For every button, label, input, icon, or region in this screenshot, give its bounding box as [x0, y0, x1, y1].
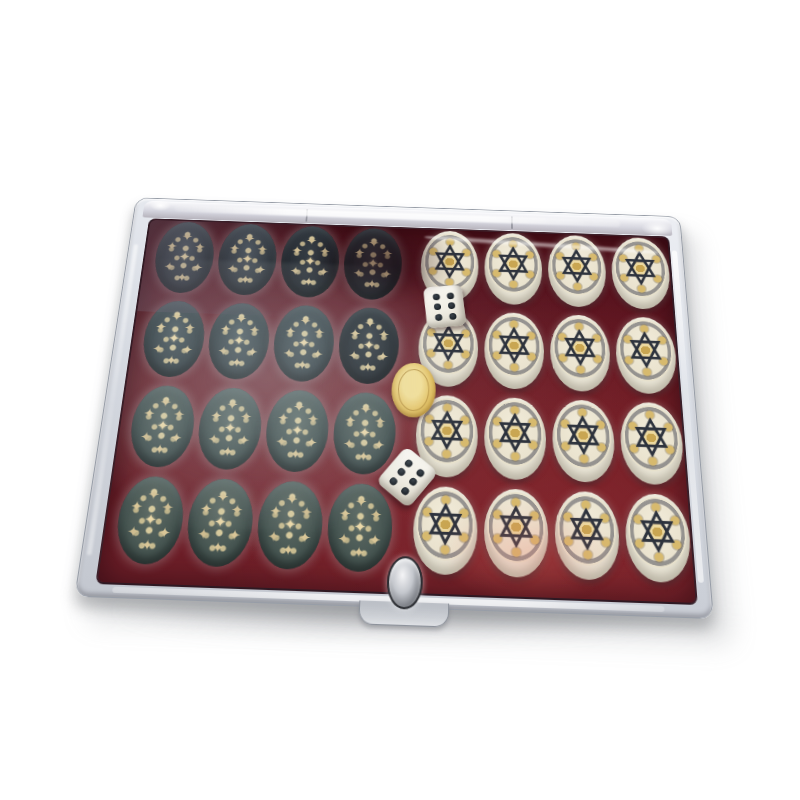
dark-checker[interactable] [205, 302, 272, 380]
light-checker[interactable] [551, 399, 616, 483]
khatam-star-face [487, 235, 540, 294]
dark-checker[interactable] [263, 389, 331, 473]
die-pip [408, 476, 419, 487]
light-checker[interactable] [412, 486, 477, 576]
die-pip [446, 292, 454, 299]
dark-checker[interactable] [331, 392, 397, 476]
die-pip [388, 476, 399, 487]
dark-checker[interactable] [126, 385, 198, 469]
case-interior-felt [95, 218, 698, 605]
die-pip [433, 293, 441, 300]
dark-checker[interactable] [112, 475, 187, 565]
die-pip [435, 313, 443, 320]
light-checker[interactable] [619, 401, 686, 485]
khatam-star-face [552, 317, 608, 381]
die-pip [434, 303, 442, 310]
khatam-star-face [423, 233, 476, 292]
khatam-star-face [487, 491, 546, 564]
dark-checker[interactable] [151, 221, 218, 294]
dark-checker[interactable] [214, 223, 279, 296]
die-pip [415, 467, 426, 478]
dark-checker[interactable] [325, 483, 393, 573]
dark-checker[interactable] [183, 478, 256, 568]
dark-checker[interactable] [342, 228, 403, 301]
light-checker[interactable] [484, 488, 549, 578]
display-case [74, 197, 714, 619]
khatam-star-face [626, 496, 689, 569]
die-1[interactable] [423, 285, 466, 329]
light-checker[interactable] [623, 493, 693, 584]
dark-checker[interactable] [139, 300, 208, 378]
khatam-star-face [550, 237, 604, 296]
die-pip [404, 458, 415, 468]
dark-checker[interactable] [271, 304, 336, 382]
light-checker[interactable] [614, 316, 679, 394]
light-checker[interactable] [610, 237, 672, 310]
khatam-star-face [613, 239, 669, 298]
khatam-star-face [415, 489, 474, 562]
die-pip [449, 312, 457, 319]
light-checker[interactable] [484, 232, 542, 305]
light-checker[interactable] [554, 490, 621, 580]
die-pip [396, 467, 407, 478]
dark-checker[interactable] [278, 225, 341, 298]
dark-checker[interactable] [337, 307, 400, 385]
light-checker[interactable] [484, 397, 547, 481]
light-checker[interactable] [549, 314, 611, 392]
die-pip [448, 302, 456, 309]
khatam-star-face [554, 402, 612, 470]
dark-checker[interactable] [254, 480, 325, 570]
khatam-star-face [622, 404, 682, 472]
dark-checker[interactable] [194, 387, 264, 471]
khatam-star-face [487, 314, 542, 378]
die-pip [400, 485, 411, 496]
light-checker[interactable] [484, 312, 544, 390]
photo-scene [74, 143, 729, 619]
khatam-star-face [487, 399, 544, 467]
khatam-star-face [617, 319, 675, 383]
khatam-star-face [557, 493, 618, 566]
light-checker[interactable] [547, 235, 607, 308]
